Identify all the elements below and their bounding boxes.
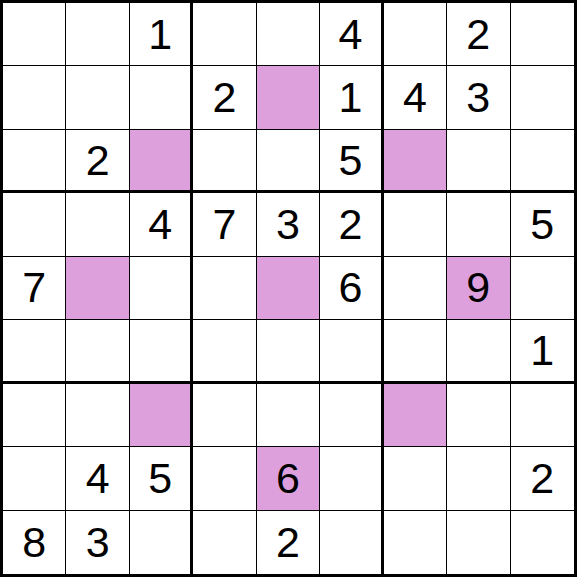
cell-r3c4[interactable] (193, 130, 256, 193)
cell-r7c2[interactable] (66, 384, 129, 447)
cell-r2c8[interactable]: 3 (447, 66, 510, 129)
cell-r4c8[interactable] (447, 193, 510, 256)
cell-r7c5[interactable] (257, 384, 320, 447)
cell-r6c7[interactable] (384, 320, 447, 383)
cell-r8c6[interactable] (320, 447, 383, 510)
cell-r5c7[interactable] (384, 257, 447, 320)
cell-r9c8[interactable] (447, 511, 510, 574)
cell-r7c6[interactable] (320, 384, 383, 447)
cell-r2c2[interactable] (66, 66, 129, 129)
cell-r3c8[interactable] (447, 130, 510, 193)
cell-r7c4[interactable] (193, 384, 256, 447)
cell-r8c4[interactable] (193, 447, 256, 510)
cell-r6c3[interactable] (130, 320, 193, 383)
cell-r3c6[interactable]: 5 (320, 130, 383, 193)
cell-r5c6[interactable]: 6 (320, 257, 383, 320)
cell-r7c1[interactable] (3, 384, 66, 447)
cell-r1c6[interactable]: 4 (320, 3, 383, 66)
cell-r5c5[interactable] (257, 257, 320, 320)
cell-r1c9[interactable] (511, 3, 574, 66)
cell-r1c4[interactable] (193, 3, 256, 66)
cell-r6c6[interactable] (320, 320, 383, 383)
cell-r1c2[interactable] (66, 3, 129, 66)
cell-r1c8[interactable]: 2 (447, 3, 510, 66)
cell-r8c3[interactable]: 5 (130, 447, 193, 510)
cell-r4c4[interactable]: 7 (193, 193, 256, 256)
cell-r9c4[interactable] (193, 511, 256, 574)
cell-r6c4[interactable] (193, 320, 256, 383)
cell-r5c2[interactable] (66, 257, 129, 320)
cell-r3c3[interactable] (130, 130, 193, 193)
cell-r5c1[interactable]: 7 (3, 257, 66, 320)
cell-r2c7[interactable]: 4 (384, 66, 447, 129)
cell-r5c3[interactable] (130, 257, 193, 320)
cell-r6c2[interactable] (66, 320, 129, 383)
cell-r4c9[interactable]: 5 (511, 193, 574, 256)
cell-r4c1[interactable] (3, 193, 66, 256)
cell-r3c5[interactable] (257, 130, 320, 193)
cell-r3c7[interactable] (384, 130, 447, 193)
cell-r9c3[interactable] (130, 511, 193, 574)
cell-r9c2[interactable]: 3 (66, 511, 129, 574)
cell-r9c5[interactable]: 2 (257, 511, 320, 574)
cell-r6c5[interactable] (257, 320, 320, 383)
cell-r8c7[interactable] (384, 447, 447, 510)
cell-r4c7[interactable] (384, 193, 447, 256)
cell-r2c1[interactable] (3, 66, 66, 129)
cell-r8c9[interactable]: 2 (511, 447, 574, 510)
cell-r3c9[interactable] (511, 130, 574, 193)
cell-r2c6[interactable]: 1 (320, 66, 383, 129)
cell-r6c9[interactable]: 1 (511, 320, 574, 383)
cell-r4c3[interactable]: 4 (130, 193, 193, 256)
cell-r9c1[interactable]: 8 (3, 511, 66, 574)
cell-r4c5[interactable]: 3 (257, 193, 320, 256)
cell-r7c3[interactable] (130, 384, 193, 447)
sudoku-page: 1422143254732576914562832 (0, 0, 577, 577)
sudoku-board: 1422143254732576914562832 (0, 0, 577, 577)
cell-r8c8[interactable] (447, 447, 510, 510)
cell-r7c7[interactable] (384, 384, 447, 447)
cell-r8c2[interactable]: 4 (66, 447, 129, 510)
cell-r1c7[interactable] (384, 3, 447, 66)
cell-r9c6[interactable] (320, 511, 383, 574)
cell-r2c4[interactable]: 2 (193, 66, 256, 129)
cell-r2c9[interactable] (511, 66, 574, 129)
cell-r1c1[interactable] (3, 3, 66, 66)
cell-r5c8[interactable]: 9 (447, 257, 510, 320)
cell-r2c5[interactable] (257, 66, 320, 129)
cell-r2c3[interactable] (130, 66, 193, 129)
cell-r4c6[interactable]: 2 (320, 193, 383, 256)
cell-r6c1[interactable] (3, 320, 66, 383)
cell-r3c2[interactable]: 2 (66, 130, 129, 193)
cell-r4c2[interactable] (66, 193, 129, 256)
cell-r9c9[interactable] (511, 511, 574, 574)
cell-r6c8[interactable] (447, 320, 510, 383)
cell-r7c9[interactable] (511, 384, 574, 447)
cell-r8c1[interactable] (3, 447, 66, 510)
cell-r1c3[interactable]: 1 (130, 3, 193, 66)
cell-r8c5[interactable]: 6 (257, 447, 320, 510)
cell-r5c9[interactable] (511, 257, 574, 320)
cell-r9c7[interactable] (384, 511, 447, 574)
cell-r3c1[interactable] (3, 130, 66, 193)
cell-r5c4[interactable] (193, 257, 256, 320)
cell-r1c5[interactable] (257, 3, 320, 66)
cell-r7c8[interactable] (447, 384, 510, 447)
